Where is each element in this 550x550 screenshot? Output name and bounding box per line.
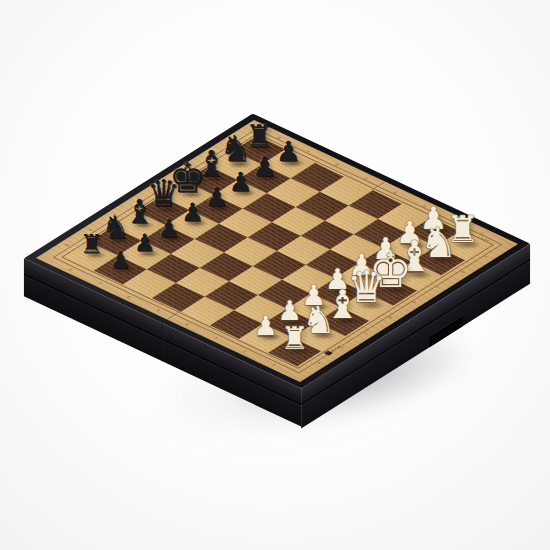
file-label-d: d xyxy=(387,316,394,319)
black-pawn-g7[interactable]: ♟ xyxy=(252,153,276,180)
white-rook-a1[interactable]: ♜ xyxy=(281,322,309,353)
rank-label-4: 4 xyxy=(183,323,189,327)
file-label-h: h xyxy=(483,255,490,258)
white-pawn-a2[interactable]: ♟ xyxy=(254,313,278,340)
rank-label-6: 6 xyxy=(125,295,131,299)
black-knight-b8[interactable]: ♞ xyxy=(101,212,129,243)
product-photo-stage: aabbccddeeffgghh8877665544332211 ♜♞♝♛♚♝♞… xyxy=(0,0,550,550)
rank-label-5: 5 xyxy=(363,177,369,181)
black-pawn-a7[interactable]: ♟ xyxy=(110,248,131,271)
rank-label-7: 7 xyxy=(304,150,310,154)
rank-label-2: 2 xyxy=(241,350,247,354)
rank-label-6: 6 xyxy=(334,164,340,168)
black-pawn-b7[interactable]: ♟ xyxy=(134,232,155,256)
black-pawn-f7[interactable]: ♟ xyxy=(228,169,252,196)
case-fold-seam xyxy=(162,323,163,362)
black-pawn-h7[interactable]: ♟ xyxy=(276,138,301,166)
black-pawn-d7[interactable]: ♟ xyxy=(181,201,204,226)
rank-label-8: 8 xyxy=(67,268,73,272)
file-label-f: f xyxy=(435,286,441,289)
rank-label-5: 5 xyxy=(154,309,160,313)
rank-label-1: 1 xyxy=(479,232,485,236)
rank-label-7: 7 xyxy=(96,282,102,286)
rank-label-4: 4 xyxy=(392,191,398,195)
black-pawn-c7[interactable]: ♟ xyxy=(157,217,179,242)
file-label-a: a xyxy=(315,361,321,364)
file-label-c: c xyxy=(363,331,369,334)
brand-logo-icon xyxy=(323,351,333,356)
file-label-g: g xyxy=(459,270,466,273)
rank-label-1: 1 xyxy=(271,364,277,368)
file-label-a: a xyxy=(64,243,70,246)
file-label-e: e xyxy=(411,301,417,304)
rank-label-3: 3 xyxy=(212,336,218,340)
black-pawn-e7[interactable]: ♟ xyxy=(205,185,228,211)
black-rook-a8[interactable]: ♜ xyxy=(80,232,103,258)
